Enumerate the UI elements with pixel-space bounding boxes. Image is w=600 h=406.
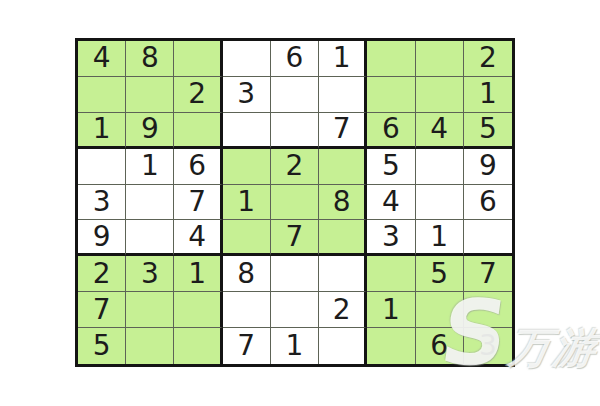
sudoku-cell-r8c2[interactable]: [126, 292, 174, 328]
sudoku-cell-r9c5[interactable]: 1: [271, 328, 319, 364]
sudoku-cell-r9c7[interactable]: [367, 328, 415, 364]
sudoku-cell-r2c7[interactable]: [367, 77, 415, 113]
sudoku-cell-r6c4[interactable]: [223, 220, 271, 256]
sudoku-cell-r1c7[interactable]: [367, 41, 415, 77]
sudoku-cell-r8c4[interactable]: [223, 292, 271, 328]
sudoku-cell-r1c5[interactable]: 6: [271, 41, 319, 77]
sudoku-cell-r3c5[interactable]: [271, 113, 319, 149]
sudoku-cell-r4c6[interactable]: [319, 149, 367, 185]
sudoku-cell-r9c2[interactable]: [126, 328, 174, 364]
sudoku-cell-r6c1[interactable]: 9: [78, 220, 126, 256]
sudoku-cell-r5c5[interactable]: [271, 185, 319, 221]
sudoku-cell-r4c9[interactable]: 9: [464, 149, 512, 185]
sudoku-cell-r6c8[interactable]: 1: [416, 220, 464, 256]
sudoku-cell-r4c8[interactable]: [416, 149, 464, 185]
sudoku-cell-r1c3[interactable]: [174, 41, 222, 77]
sudoku-cell-r4c1[interactable]: [78, 149, 126, 185]
sudoku-cell-r4c2[interactable]: 1: [126, 149, 174, 185]
sudoku-cell-r9c8[interactable]: 6: [416, 328, 464, 364]
sudoku-cell-r2c2[interactable]: [126, 77, 174, 113]
sudoku-cell-r9c1[interactable]: 5: [78, 328, 126, 364]
sudoku-cell-r4c5[interactable]: 2: [271, 149, 319, 185]
sudoku-cell-r3c7[interactable]: 6: [367, 113, 415, 149]
sudoku-cell-r6c2[interactable]: [126, 220, 174, 256]
sudoku-cell-r6c9[interactable]: [464, 220, 512, 256]
sudoku-cell-r7c4[interactable]: 8: [223, 256, 271, 292]
sudoku-cell-r3c6[interactable]: 7: [319, 113, 367, 149]
sudoku-cell-r9c6[interactable]: [319, 328, 367, 364]
sudoku-cell-r6c5[interactable]: 7: [271, 220, 319, 256]
sudoku-cell-r6c6[interactable]: [319, 220, 367, 256]
sudoku-cell-r3c8[interactable]: 4: [416, 113, 464, 149]
sudoku-cell-r8c1[interactable]: 7: [78, 292, 126, 328]
sudoku-cell-r7c9[interactable]: 7: [464, 256, 512, 292]
sudoku-cell-r1c9[interactable]: 2: [464, 41, 512, 77]
sudoku-cell-r7c2[interactable]: 3: [126, 256, 174, 292]
sudoku-cell-r4c7[interactable]: 5: [367, 149, 415, 185]
sudoku-cell-r5c7[interactable]: 4: [367, 185, 415, 221]
sudoku-cell-r3c2[interactable]: 9: [126, 113, 174, 149]
sudoku-cell-r7c5[interactable]: [271, 256, 319, 292]
sudoku-cell-r7c8[interactable]: 5: [416, 256, 464, 292]
sudoku-cell-r8c6[interactable]: 2: [319, 292, 367, 328]
sudoku-cell-r4c3[interactable]: 6: [174, 149, 222, 185]
sudoku-board: 4861223119764516259371846947312318577215…: [75, 38, 515, 367]
sudoku-cell-r8c9[interactable]: [464, 292, 512, 328]
sudoku-cell-r2c8[interactable]: [416, 77, 464, 113]
sudoku-cell-r7c6[interactable]: [319, 256, 367, 292]
sudoku-cell-r8c5[interactable]: [271, 292, 319, 328]
sudoku-cell-r2c3[interactable]: 2: [174, 77, 222, 113]
sudoku-cell-r6c3[interactable]: 4: [174, 220, 222, 256]
sudoku-cell-r2c1[interactable]: [78, 77, 126, 113]
sudoku-cell-r2c9[interactable]: 1: [464, 77, 512, 113]
sudoku-cell-r5c8[interactable]: [416, 185, 464, 221]
sudoku-page: 4861223119764516259371846947312318577215…: [0, 0, 600, 406]
sudoku-cell-r1c4[interactable]: [223, 41, 271, 77]
sudoku-cell-r9c4[interactable]: 7: [223, 328, 271, 364]
sudoku-cell-r9c3[interactable]: [174, 328, 222, 364]
sudoku-cell-r1c6[interactable]: 1: [319, 41, 367, 77]
sudoku-cell-r7c1[interactable]: 2: [78, 256, 126, 292]
sudoku-cell-r2c4[interactable]: 3: [223, 77, 271, 113]
sudoku-cell-r7c7[interactable]: [367, 256, 415, 292]
sudoku-cell-r7c3[interactable]: 1: [174, 256, 222, 292]
sudoku-cell-r5c1[interactable]: 3: [78, 185, 126, 221]
sudoku-cell-r5c6[interactable]: 8: [319, 185, 367, 221]
sudoku-cell-r3c3[interactable]: [174, 113, 222, 149]
sudoku-cell-r1c2[interactable]: 8: [126, 41, 174, 77]
sudoku-cell-r6c7[interactable]: 3: [367, 220, 415, 256]
sudoku-cell-r2c5[interactable]: [271, 77, 319, 113]
sudoku-cell-r5c9[interactable]: 6: [464, 185, 512, 221]
sudoku-cell-r3c4[interactable]: [223, 113, 271, 149]
sudoku-cell-r8c7[interactable]: 1: [367, 292, 415, 328]
sudoku-cell-r5c3[interactable]: 7: [174, 185, 222, 221]
sudoku-cell-r8c3[interactable]: [174, 292, 222, 328]
sudoku-cell-r1c8[interactable]: [416, 41, 464, 77]
watermark-text: 万游: [505, 320, 600, 376]
sudoku-cell-r9c9[interactable]: 3: [464, 328, 512, 364]
sudoku-cell-r3c1[interactable]: 1: [78, 113, 126, 149]
sudoku-cell-r3c9[interactable]: 5: [464, 113, 512, 149]
sudoku-cell-r8c8[interactable]: [416, 292, 464, 328]
sudoku-cell-r4c4[interactable]: [223, 149, 271, 185]
sudoku-cell-r1c1[interactable]: 4: [78, 41, 126, 77]
sudoku-cell-r5c2[interactable]: [126, 185, 174, 221]
sudoku-cell-r2c6[interactable]: [319, 77, 367, 113]
sudoku-cell-r5c4[interactable]: 1: [223, 185, 271, 221]
